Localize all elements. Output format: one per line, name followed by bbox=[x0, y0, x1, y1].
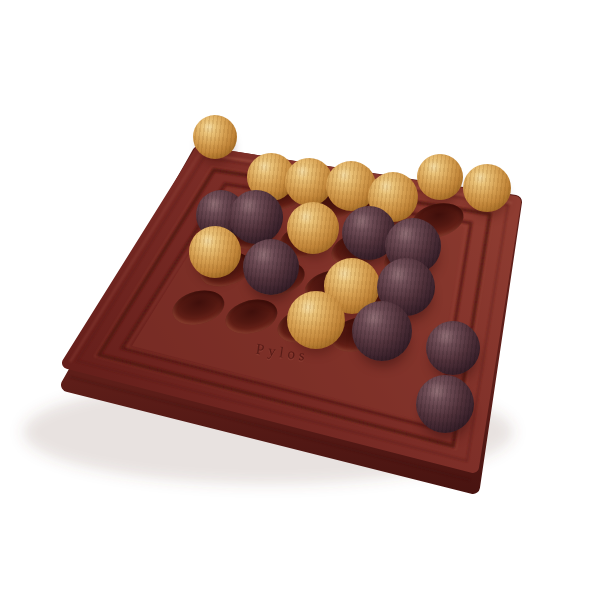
ball-light-b3[interactable] bbox=[287, 202, 339, 254]
ball-dark-right-rim[interactable] bbox=[426, 321, 480, 375]
ball-dark-d1[interactable] bbox=[352, 301, 412, 361]
ball-light-rim-back-right[interactable] bbox=[417, 154, 463, 200]
ball-light-a2[interactable] bbox=[189, 226, 241, 278]
ball-dark-rim-front-right-corner[interactable] bbox=[416, 375, 474, 433]
pylos-photo-scene: Pylos Pylos bbox=[0, 0, 600, 600]
ball-light-c1[interactable] bbox=[287, 291, 345, 349]
ball-light-rim-back-right-corner[interactable] bbox=[463, 164, 511, 212]
ball-dark-a3[interactable] bbox=[229, 190, 283, 244]
balls-layer bbox=[0, 0, 600, 600]
ball-dark-b2[interactable] bbox=[243, 239, 299, 295]
ball-light-rim-back-left-corner[interactable] bbox=[193, 115, 237, 159]
